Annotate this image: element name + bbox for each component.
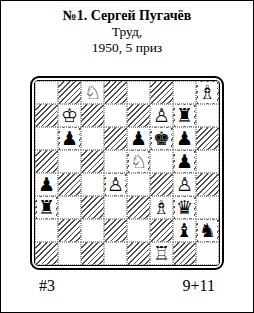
square-h2: ♞ bbox=[196, 219, 219, 242]
square-f6: ♚ bbox=[150, 127, 173, 150]
square-d7 bbox=[104, 104, 127, 127]
square-c3 bbox=[81, 196, 104, 219]
black-pawn-a4: ♟ bbox=[37, 174, 56, 195]
black-queen-g3: ♛ bbox=[175, 197, 194, 218]
square-f4 bbox=[150, 173, 173, 196]
square-a6 bbox=[35, 127, 58, 150]
square-g7: ♜ bbox=[173, 104, 196, 127]
stipulation-label: #3 bbox=[39, 277, 55, 295]
white-rook-f1: ♖ bbox=[152, 243, 171, 264]
chess-board: ♘♗♔♙♜♟♟♚♟♘♟♟♙♙♜♗♛♝♞♖ bbox=[35, 81, 219, 265]
white-bishop-h8: ♗ bbox=[198, 82, 217, 103]
square-g6: ♟ bbox=[173, 127, 196, 150]
black-pawn-b6: ♟ bbox=[60, 128, 79, 149]
square-b4 bbox=[58, 173, 81, 196]
square-e1 bbox=[127, 242, 150, 265]
board-frame: ♘♗♔♙♜♟♟♚♟♘♟♟♙♙♜♗♛♝♞♖ bbox=[30, 76, 224, 270]
square-c1 bbox=[81, 242, 104, 265]
black-rook-g7: ♜ bbox=[175, 105, 194, 126]
white-bishop-f3: ♗ bbox=[152, 197, 171, 218]
square-f8 bbox=[150, 81, 173, 104]
square-h5 bbox=[196, 150, 219, 173]
board-inner-frame: ♘♗♔♙♜♟♟♚♟♘♟♟♙♙♜♗♛♝♞♖ bbox=[34, 80, 220, 266]
black-pawn-e6: ♟ bbox=[129, 128, 148, 149]
white-knight-e5: ♘ bbox=[129, 151, 148, 172]
square-b5 bbox=[58, 150, 81, 173]
square-h6 bbox=[196, 127, 219, 150]
square-h4 bbox=[196, 173, 219, 196]
square-g5: ♟ bbox=[173, 150, 196, 173]
square-e3 bbox=[127, 196, 150, 219]
square-a5 bbox=[35, 150, 58, 173]
problem-title: №1. Сергей Пугачёв bbox=[1, 7, 253, 24]
square-b7: ♔ bbox=[58, 104, 81, 127]
black-knight-h2: ♞ bbox=[198, 220, 217, 241]
black-king-f6: ♚ bbox=[152, 128, 171, 149]
white-pawn-f7: ♙ bbox=[152, 105, 171, 126]
white-king-b7: ♔ bbox=[60, 105, 79, 126]
square-g4: ♙ bbox=[173, 173, 196, 196]
square-f1: ♖ bbox=[150, 242, 173, 265]
material-count-label: 9+11 bbox=[183, 277, 215, 295]
square-e5: ♘ bbox=[127, 150, 150, 173]
square-b6: ♟ bbox=[58, 127, 81, 150]
square-a1 bbox=[35, 242, 58, 265]
square-e7 bbox=[127, 104, 150, 127]
black-pawn-g5: ♟ bbox=[175, 151, 194, 172]
square-h3 bbox=[196, 196, 219, 219]
square-d3 bbox=[104, 196, 127, 219]
square-c4 bbox=[81, 173, 104, 196]
square-c8: ♘ bbox=[81, 81, 104, 104]
black-pawn-g6: ♟ bbox=[175, 128, 194, 149]
square-f7: ♙ bbox=[150, 104, 173, 127]
square-g2: ♝ bbox=[173, 219, 196, 242]
square-e6: ♟ bbox=[127, 127, 150, 150]
square-c6 bbox=[81, 127, 104, 150]
square-g1 bbox=[173, 242, 196, 265]
square-a3: ♜ bbox=[35, 196, 58, 219]
square-c7 bbox=[81, 104, 104, 127]
black-bishop-g2: ♝ bbox=[175, 220, 194, 241]
square-d1 bbox=[104, 242, 127, 265]
problem-year-prize: 1950, 5 приз bbox=[1, 40, 253, 56]
square-f2 bbox=[150, 219, 173, 242]
square-f5 bbox=[150, 150, 173, 173]
square-a8 bbox=[35, 81, 58, 104]
square-d5 bbox=[104, 150, 127, 173]
square-e2 bbox=[127, 219, 150, 242]
square-c2 bbox=[81, 219, 104, 242]
diagram-captions: #3 9+11 bbox=[30, 277, 224, 295]
square-c5 bbox=[81, 150, 104, 173]
chess-problem-page: №1. Сергей Пугачёв Труд, 1950, 5 приз ♘♗… bbox=[0, 0, 254, 313]
square-d2 bbox=[104, 219, 127, 242]
square-d6 bbox=[104, 127, 127, 150]
square-d8 bbox=[104, 81, 127, 104]
square-e4 bbox=[127, 173, 150, 196]
black-rook-a3: ♜ bbox=[37, 197, 56, 218]
square-a2 bbox=[35, 219, 58, 242]
square-g8 bbox=[173, 81, 196, 104]
board-area: ♘♗♔♙♜♟♟♚♟♘♟♟♙♙♜♗♛♝♞♖ bbox=[1, 76, 253, 270]
square-g3: ♛ bbox=[173, 196, 196, 219]
white-pawn-g4: ♙ bbox=[175, 174, 194, 195]
square-d4: ♙ bbox=[104, 173, 127, 196]
square-b3 bbox=[58, 196, 81, 219]
square-a4: ♟ bbox=[35, 173, 58, 196]
white-pawn-d4: ♙ bbox=[106, 174, 125, 195]
square-e8 bbox=[127, 81, 150, 104]
square-h1 bbox=[196, 242, 219, 265]
square-f3: ♗ bbox=[150, 196, 173, 219]
diagram-header: №1. Сергей Пугачёв Труд, 1950, 5 приз bbox=[1, 1, 253, 56]
square-b8 bbox=[58, 81, 81, 104]
problem-source: Труд, bbox=[1, 24, 253, 40]
square-b1 bbox=[58, 242, 81, 265]
square-h7 bbox=[196, 104, 219, 127]
white-knight-c8: ♘ bbox=[83, 82, 102, 103]
square-a7 bbox=[35, 104, 58, 127]
square-h8: ♗ bbox=[196, 81, 219, 104]
square-b2 bbox=[58, 219, 81, 242]
